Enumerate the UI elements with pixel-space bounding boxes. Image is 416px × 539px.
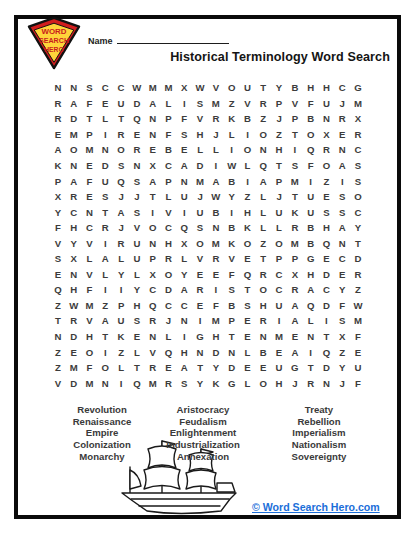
grid-cell[interactable]: T [255,80,271,96]
grid-cell[interactable]: R [50,96,66,112]
grid-cell[interactable]: X [319,127,335,143]
grid-cell[interactable]: C [319,282,335,298]
grid-cell[interactable]: N [145,329,161,345]
grid-cell[interactable]: N [50,80,66,96]
grid-cell[interactable]: E [82,189,98,205]
grid-cell[interactable]: B [255,344,271,360]
grid-cell[interactable]: I [176,96,192,112]
grid-cell[interactable]: R [255,96,271,112]
grid-cell[interactable]: H [303,267,319,283]
grid-cell[interactable]: S [192,220,208,236]
grid-cell[interactable]: A [145,96,161,112]
grid-cell[interactable]: L [82,251,98,267]
grid-cell[interactable]: U [271,360,287,376]
grid-cell[interactable]: A [145,173,161,189]
grid-cell[interactable]: L [161,329,177,345]
grid-cell[interactable]: J [113,189,129,205]
grid-cell[interactable]: P [82,127,98,143]
grid-cell[interactable]: B [224,298,240,314]
grid-cell[interactable]: C [350,142,366,158]
grid-cell[interactable]: D [97,158,113,174]
grid-cell[interactable]: O [255,282,271,298]
grid-cell[interactable]: I [224,204,240,220]
grid-cell[interactable]: Y [113,267,129,283]
grid-cell[interactable]: F [82,282,98,298]
grid-cell[interactable]: D [66,329,82,345]
grid-cell[interactable]: V [82,235,98,251]
grid-cell[interactable]: C [97,80,113,96]
grid-cell[interactable]: M [271,329,287,345]
grid-cell[interactable]: E [334,267,350,283]
grid-cell[interactable]: P [287,251,303,267]
grid-cell[interactable]: Z [334,344,350,360]
grid-cell[interactable]: M [287,235,303,251]
grid-cell[interactable]: D [66,375,82,391]
grid-cell[interactable]: E [176,142,192,158]
grid-cell[interactable]: N [145,111,161,127]
grid-cell[interactable]: K [50,158,66,174]
grid-cell[interactable]: H [208,329,224,345]
grid-cell[interactable]: E [50,267,66,283]
grid-cell[interactable]: U [129,251,145,267]
grid-cell[interactable]: J [271,111,287,127]
grid-cell[interactable]: A [50,142,66,158]
grid-cell[interactable]: O [113,142,129,158]
grid-cell[interactable]: Y [208,360,224,376]
grid-cell[interactable]: F [82,173,98,189]
grid-cell[interactable]: M [161,80,177,96]
grid-cell[interactable]: R [113,235,129,251]
grid-cell[interactable]: A [176,360,192,376]
grid-cell[interactable]: M [66,127,82,143]
grid-cell[interactable]: M [145,375,161,391]
grid-cell[interactable]: J [334,96,350,112]
grid-cell[interactable]: R [161,375,177,391]
grid-cell[interactable]: T [97,329,113,345]
grid-cell[interactable]: Y [66,235,82,251]
grid-cell[interactable]: V [129,220,145,236]
grid-cell[interactable]: Y [334,282,350,298]
grid-cell[interactable]: N [145,127,161,143]
grid-cell[interactable]: D [319,360,335,376]
grid-cell[interactable]: H [319,80,335,96]
grid-cell[interactable]: U [319,96,335,112]
grid-cell[interactable]: E [161,360,177,376]
grid-cell[interactable]: I [224,142,240,158]
grid-cell[interactable]: N [334,235,350,251]
grid-cell[interactable]: X [176,235,192,251]
grid-cell[interactable]: W [66,298,82,314]
grid-cell[interactable]: L [97,267,113,283]
grid-cell[interactable]: I [145,204,161,220]
grid-cell[interactable]: Y [50,204,66,220]
grid-cell[interactable]: Q [145,298,161,314]
grid-cell[interactable]: F [350,375,366,391]
grid-cell[interactable]: U [271,204,287,220]
grid-cell[interactable]: T [271,158,287,174]
grid-cell[interactable]: O [271,235,287,251]
grid-cell[interactable]: B [161,142,177,158]
grid-cell[interactable]: T [113,111,129,127]
grid-cell[interactable]: B [303,220,319,236]
grid-cell[interactable]: E [240,313,256,329]
grid-cell[interactable]: C [176,298,192,314]
grid-cell[interactable]: R [287,220,303,236]
grid-cell[interactable]: N [334,142,350,158]
grid-cell[interactable]: D [350,251,366,267]
grid-cell[interactable]: N [145,235,161,251]
grid-cell[interactable]: H [303,80,319,96]
grid-cell[interactable]: P [161,111,177,127]
grid-cell[interactable]: N [97,375,113,391]
grid-cell[interactable]: E [240,329,256,345]
grid-cell[interactable]: R [255,267,271,283]
grid-cell[interactable]: T [82,111,98,127]
grid-cell[interactable]: M [66,360,82,376]
grid-cell[interactable]: I [240,173,256,189]
grid-cell[interactable]: B [303,235,319,251]
grid-cell[interactable]: R [192,282,208,298]
grid-cell[interactable]: I [97,235,113,251]
grid-cell[interactable]: L [255,189,271,205]
grid-cell[interactable]: T [224,329,240,345]
grid-cell[interactable]: Q [50,282,66,298]
grid-cell[interactable]: R [350,127,366,143]
grid-cell[interactable]: W [224,158,240,174]
grid-cell[interactable]: O [240,235,256,251]
grid-cell[interactable]: G [192,329,208,345]
grid-cell[interactable]: P [271,96,287,112]
grid-cell[interactable]: A [334,158,350,174]
grid-cell[interactable]: L [208,142,224,158]
grid-cell[interactable]: V [208,80,224,96]
grid-cell[interactable]: E [208,267,224,283]
grid-cell[interactable]: U [97,173,113,189]
grid-cell[interactable]: S [113,158,129,174]
grid-cell[interactable]: F [334,298,350,314]
grid-cell[interactable]: D [224,360,240,376]
grid-cell[interactable]: S [334,204,350,220]
grid-cell[interactable]: W [350,298,366,314]
grid-cell[interactable]: R [350,267,366,283]
grid-cell[interactable]: M [145,80,161,96]
grid-cell[interactable]: I [97,282,113,298]
grid-cell[interactable]: N [66,267,82,283]
grid-cell[interactable]: H [240,204,256,220]
grid-cell[interactable]: T [350,235,366,251]
grid-cell[interactable]: N [208,220,224,236]
grid-cell[interactable]: Y [334,360,350,376]
grid-cell[interactable]: E [129,127,145,143]
grid-cell[interactable]: K [208,375,224,391]
grid-cell[interactable]: O [192,235,208,251]
grid-cell[interactable]: B [208,204,224,220]
grid-cell[interactable]: P [161,173,177,189]
grid-cell[interactable]: V [145,344,161,360]
grid-cell[interactable]: L [240,344,256,360]
grid-cell[interactable]: E [50,127,66,143]
grid-cell[interactable]: R [161,251,177,267]
grid-cell[interactable]: L [161,96,177,112]
grid-cell[interactable]: V [224,251,240,267]
grid-cell[interactable]: V [192,251,208,267]
grid-cell[interactable]: C [113,80,129,96]
word-search-hero-credit-link[interactable]: © Word Search Hero.com [252,501,380,513]
grid-cell[interactable]: N [129,158,145,174]
grid-cell[interactable]: Z [113,344,129,360]
grid-cell[interactable]: D [319,298,335,314]
grid-cell[interactable]: M [82,375,98,391]
grid-cell[interactable]: H [161,235,177,251]
grid-cell[interactable]: E [145,142,161,158]
grid-cell[interactable]: P [271,251,287,267]
grid-cell[interactable]: S [50,251,66,267]
grid-cell[interactable]: X [50,189,66,205]
grid-cell[interactable]: A [287,298,303,314]
grid-cell[interactable]: Y [129,282,145,298]
grid-cell[interactable]: H [176,344,192,360]
grid-cell[interactable]: L [129,267,145,283]
grid-cell[interactable]: J [129,189,145,205]
grid-cell[interactable]: A [334,220,350,236]
grid-cell[interactable]: Q [113,173,129,189]
grid-cell[interactable]: S [129,204,145,220]
grid-cell[interactable]: G [287,360,303,376]
grid-cell[interactable]: N [319,111,335,127]
grid-cell[interactable]: Q [176,220,192,236]
grid-cell[interactable]: R [255,313,271,329]
grid-cell[interactable]: T [97,204,113,220]
name-input-blank[interactable] [117,34,229,44]
grid-cell[interactable]: A [255,173,271,189]
grid-cell[interactable]: L [113,251,129,267]
grid-cell[interactable]: K [287,204,303,220]
grid-cell[interactable]: M [208,313,224,329]
grid-cell[interactable]: O [97,360,113,376]
grid-cell[interactable]: I [271,313,287,329]
grid-cell[interactable]: F [350,329,366,345]
grid-cell[interactable]: V [50,235,66,251]
grid-cell[interactable]: D [161,282,177,298]
grid-cell[interactable]: L [255,220,271,236]
grid-cell[interactable]: J [113,220,129,236]
grid-cell[interactable]: T [129,360,145,376]
grid-cell[interactable]: C [271,282,287,298]
grid-cell[interactable]: S [287,158,303,174]
grid-cell[interactable]: U [176,189,192,205]
grid-cell[interactable]: O [82,344,98,360]
grid-cell[interactable]: R [66,313,82,329]
grid-cell[interactable]: R [129,142,145,158]
grid-cell[interactable]: X [334,329,350,345]
grid-cell[interactable]: J [192,189,208,205]
grid-cell[interactable]: T [192,360,208,376]
grid-cell[interactable]: P [50,173,66,189]
grid-cell[interactable]: L [303,313,319,329]
grid-cell[interactable]: E [240,360,256,376]
grid-cell[interactable]: S [176,127,192,143]
grid-cell[interactable]: F [161,127,177,143]
grid-cell[interactable]: Z [255,111,271,127]
grid-cell[interactable]: R [66,189,82,205]
grid-cell[interactable]: P [287,111,303,127]
grid-cell[interactable]: E [97,96,113,112]
grid-cell[interactable]: R [303,375,319,391]
grid-cell[interactable]: T [287,189,303,205]
grid-cell[interactable]: D [192,158,208,174]
grid-cell[interactable]: N [319,375,335,391]
grid-cell[interactable]: J [161,313,177,329]
grid-cell[interactable]: N [255,329,271,345]
grid-cell[interactable]: R [145,360,161,376]
grid-cell[interactable]: J [271,189,287,205]
grid-cell[interactable]: Z [255,235,271,251]
grid-cell[interactable]: Y [176,267,192,283]
grid-cell[interactable]: S [97,189,113,205]
grid-cell[interactable]: X [176,80,192,96]
grid-cell[interactable]: V [192,111,208,127]
grid-cell[interactable]: S [129,173,145,189]
grid-cell[interactable]: F [303,96,319,112]
grid-cell[interactable]: O [350,189,366,205]
grid-cell[interactable]: M [192,173,208,189]
grid-cell[interactable]: O [240,142,256,158]
grid-cell[interactable]: A [287,344,303,360]
grid-cell[interactable]: H [192,127,208,143]
grid-cell[interactable]: I [113,282,129,298]
grid-cell[interactable]: E [192,267,208,283]
grid-cell[interactable]: E [66,344,82,360]
grid-cell[interactable]: N [97,142,113,158]
grid-cell[interactable]: I [113,375,129,391]
grid-cell[interactable]: Q [240,267,256,283]
grid-cell[interactable]: R [50,111,66,127]
grid-cell[interactable]: M [208,96,224,112]
grid-cell[interactable]: O [66,142,82,158]
grid-cell[interactable]: I [208,158,224,174]
grid-cell[interactable]: G [224,375,240,391]
grid-cell[interactable]: U [350,360,366,376]
grid-cell[interactable]: W [192,80,208,96]
grid-cell[interactable]: J [287,375,303,391]
grid-cell[interactable]: E [255,360,271,376]
grid-cell[interactable]: Q [255,158,271,174]
grid-cell[interactable]: T [319,329,335,345]
grid-cell[interactable]: I [176,329,192,345]
grid-cell[interactable]: L [113,360,129,376]
grid-cell[interactable]: L [271,220,287,236]
grid-cell[interactable]: C [161,158,177,174]
grid-cell[interactable]: Z [50,344,66,360]
grid-cell[interactable]: R [319,142,335,158]
grid-cell[interactable]: H [255,298,271,314]
grid-cell[interactable]: D [129,96,145,112]
grid-cell[interactable]: K [113,329,129,345]
grid-cell[interactable]: I [319,313,335,329]
grid-cell[interactable]: L [129,344,145,360]
grid-cell[interactable]: F [176,111,192,127]
grid-cell[interactable]: E [319,189,335,205]
grid-cell[interactable]: R [145,313,161,329]
grid-cell[interactable]: L [240,375,256,391]
grid-cell[interactable]: F [303,158,319,174]
grid-cell[interactable]: B [303,111,319,127]
grid-cell[interactable]: O [145,220,161,236]
grid-cell[interactable]: V [50,375,66,391]
grid-cell[interactable]: S [176,375,192,391]
grid-cell[interactable]: K [240,220,256,236]
grid-cell[interactable]: K [224,111,240,127]
grid-cell[interactable]: G [303,251,319,267]
grid-cell[interactable]: V [82,267,98,283]
grid-cell[interactable]: M [350,313,366,329]
grid-cell[interactable]: E [192,298,208,314]
grid-cell[interactable]: I [192,313,208,329]
grid-cell[interactable]: Z [97,298,113,314]
grid-cell[interactable]: C [145,282,161,298]
grid-cell[interactable]: Y [192,375,208,391]
grid-cell[interactable]: T [50,313,66,329]
grid-cell[interactable]: F [82,96,98,112]
grid-cell[interactable]: B [224,173,240,189]
grid-cell[interactable]: C [82,220,98,236]
grid-cell[interactable]: G [350,80,366,96]
grid-cell[interactable]: C [334,80,350,96]
grid-cell[interactable]: Q [129,111,145,127]
grid-cell[interactable]: N [176,173,192,189]
grid-cell[interactable]: I [287,142,303,158]
grid-cell[interactable]: L [97,111,113,127]
grid-cell[interactable]: U [303,189,319,205]
grid-cell[interactable]: X [145,158,161,174]
grid-cell[interactable]: U [271,298,287,314]
grid-cell[interactable]: Q [161,344,177,360]
grid-cell[interactable]: H [271,375,287,391]
grid-cell[interactable]: E [334,127,350,143]
grid-cell[interactable]: E [319,251,335,267]
grid-cell[interactable]: Q [129,375,145,391]
grid-cell[interactable]: P [271,173,287,189]
grid-cell[interactable]: A [303,282,319,298]
grid-cell[interactable]: Q [319,235,335,251]
grid-cell[interactable]: B [287,80,303,96]
grid-cell[interactable]: M [287,173,303,189]
grid-cell[interactable]: M [350,96,366,112]
grid-cell[interactable]: F [224,267,240,283]
grid-cell[interactable]: Z [319,173,335,189]
grid-cell[interactable]: R [334,111,350,127]
grid-cell[interactable]: X [66,251,82,267]
grid-cell[interactable]: N [255,142,271,158]
grid-cell[interactable]: Q [319,344,335,360]
grid-cell[interactable]: N [66,158,82,174]
grid-cell[interactable]: A [287,313,303,329]
grid-cell[interactable]: L [161,189,177,205]
grid-cell[interactable]: C [161,298,177,314]
grid-cell[interactable]: H [319,220,335,236]
grid-cell[interactable]: P [145,251,161,267]
grid-cell[interactable]: A [113,204,129,220]
grid-cell[interactable]: V [240,96,256,112]
grid-cell[interactable]: L [224,127,240,143]
grid-cell[interactable]: L [192,142,208,158]
grid-cell[interactable]: J [334,375,350,391]
grid-cell[interactable]: N [50,329,66,345]
grid-cell[interactable]: E [271,344,287,360]
grid-cell[interactable]: A [176,158,192,174]
grid-cell[interactable]: I [176,204,192,220]
grid-cell[interactable]: T [255,251,271,267]
